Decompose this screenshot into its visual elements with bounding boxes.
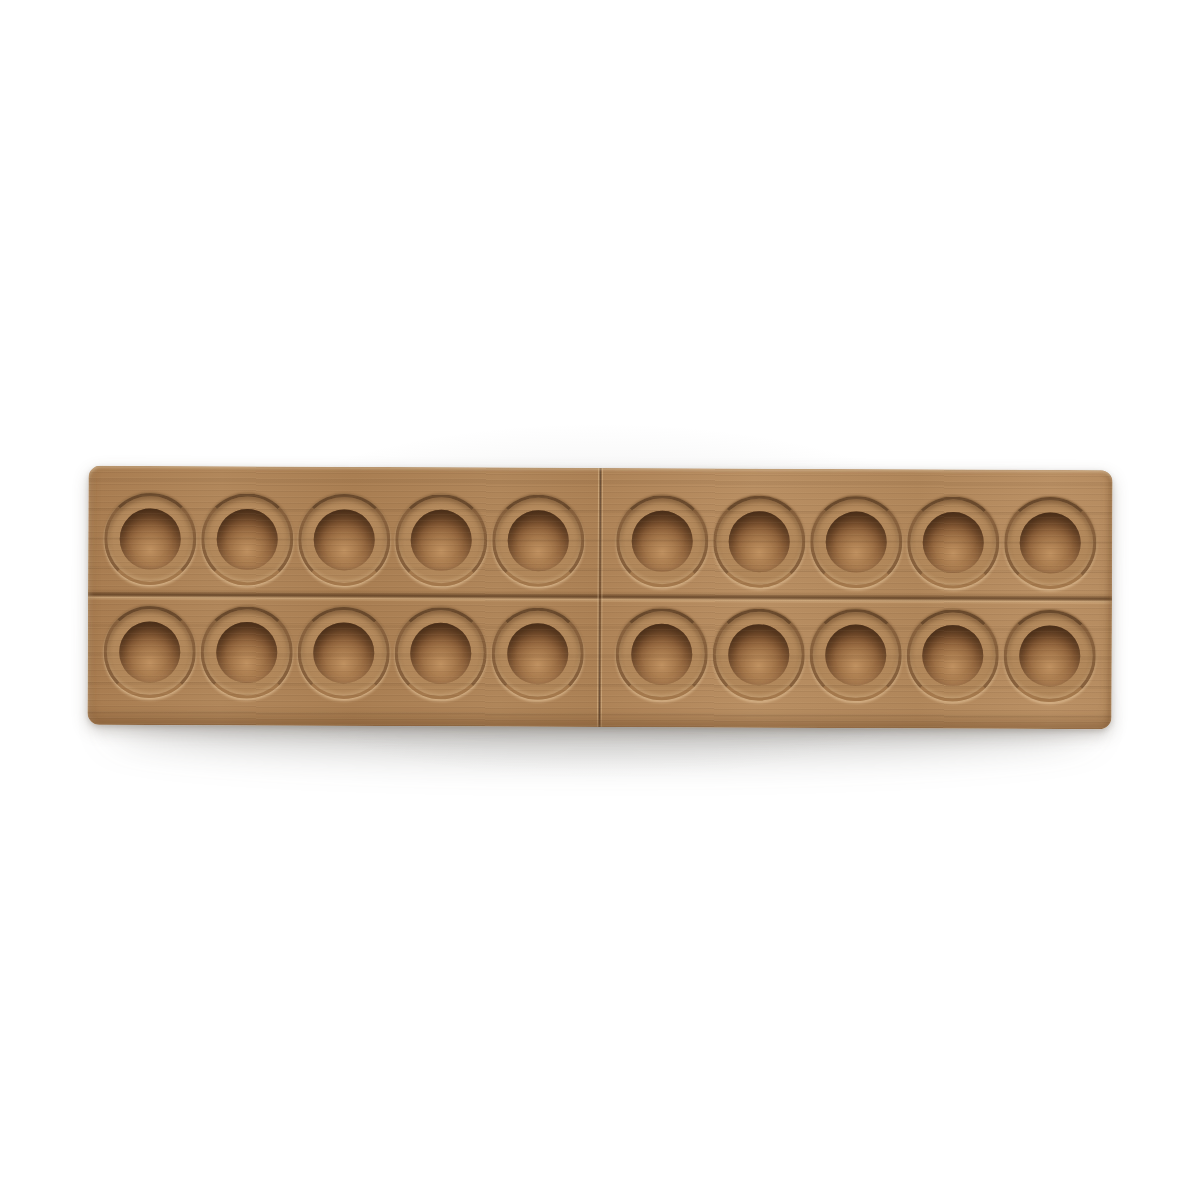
pit-bowl — [631, 511, 692, 572]
pit-row1-col7[interactable] — [712, 494, 806, 588]
pit-bowl — [313, 622, 374, 683]
pit-bowl — [119, 621, 180, 682]
pit-row1-col3[interactable] — [297, 493, 391, 587]
pit-row2-col4[interactable] — [394, 606, 488, 700]
pit-row2-col1[interactable] — [102, 605, 196, 699]
pit-row2-col8[interactable] — [809, 608, 903, 702]
pit-row1-col10[interactable] — [1003, 496, 1097, 590]
pit-row2-col10[interactable] — [1003, 609, 1097, 703]
pit-bowl — [508, 510, 569, 571]
mancala-board — [87, 466, 1112, 729]
pit-row1-col9[interactable] — [906, 495, 1000, 589]
pit-row2-col3[interactable] — [297, 606, 391, 700]
pit-bowl — [1020, 512, 1081, 573]
pit-row2-col5[interactable] — [491, 607, 585, 701]
pit-bowl — [119, 508, 180, 569]
pit-bowl — [411, 510, 472, 571]
pit-row1-col1[interactable] — [103, 492, 197, 586]
pit-row2-col9[interactable] — [906, 608, 1000, 702]
pit-row1-col8[interactable] — [809, 495, 903, 589]
pit-row1-col5[interactable] — [491, 494, 585, 588]
pit-bowl — [216, 509, 277, 570]
pit-bowl — [923, 512, 984, 573]
pit-row2-col7[interactable] — [711, 607, 805, 701]
pit-bowl — [826, 511, 887, 572]
pit-bowl — [1020, 625, 1081, 686]
pit-bowl — [728, 511, 789, 572]
pit-row1-col4[interactable] — [394, 493, 488, 587]
pit-bowl — [922, 625, 983, 686]
pit-row2-col2[interactable] — [199, 605, 293, 699]
pit-bowl — [631, 624, 692, 685]
pit-row2-col6[interactable] — [614, 607, 708, 701]
pit-bowl — [508, 623, 569, 684]
pit-bowl — [216, 622, 277, 683]
pit-bowl — [410, 623, 471, 684]
pit-bowl — [728, 624, 789, 685]
pit-row1-col6[interactable] — [615, 494, 709, 588]
pit-bowl — [825, 624, 886, 685]
pit-row1-col2[interactable] — [200, 492, 294, 586]
center-hinge-seam — [596, 468, 603, 727]
pit-bowl — [314, 509, 375, 570]
